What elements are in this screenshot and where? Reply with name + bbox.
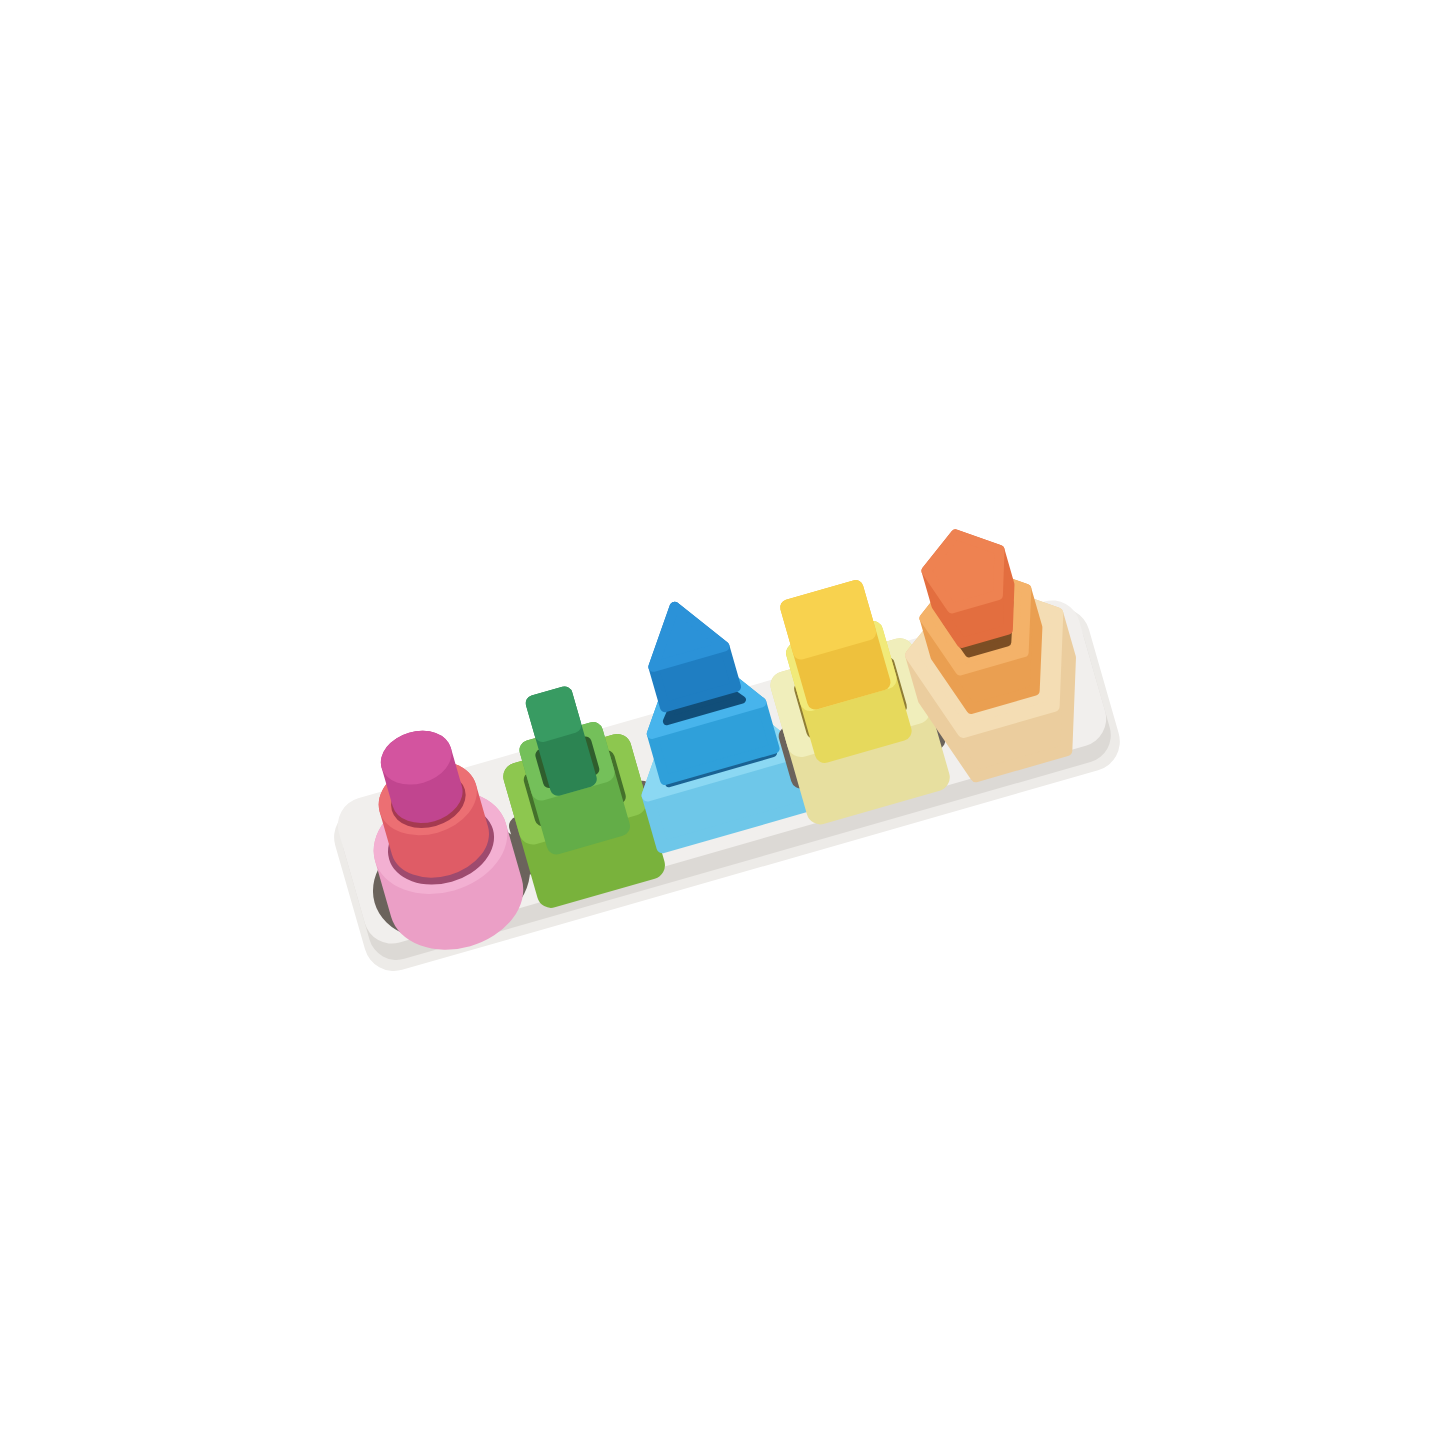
product-photo xyxy=(0,0,1445,1445)
toy-photo-canvas xyxy=(0,0,1445,1445)
